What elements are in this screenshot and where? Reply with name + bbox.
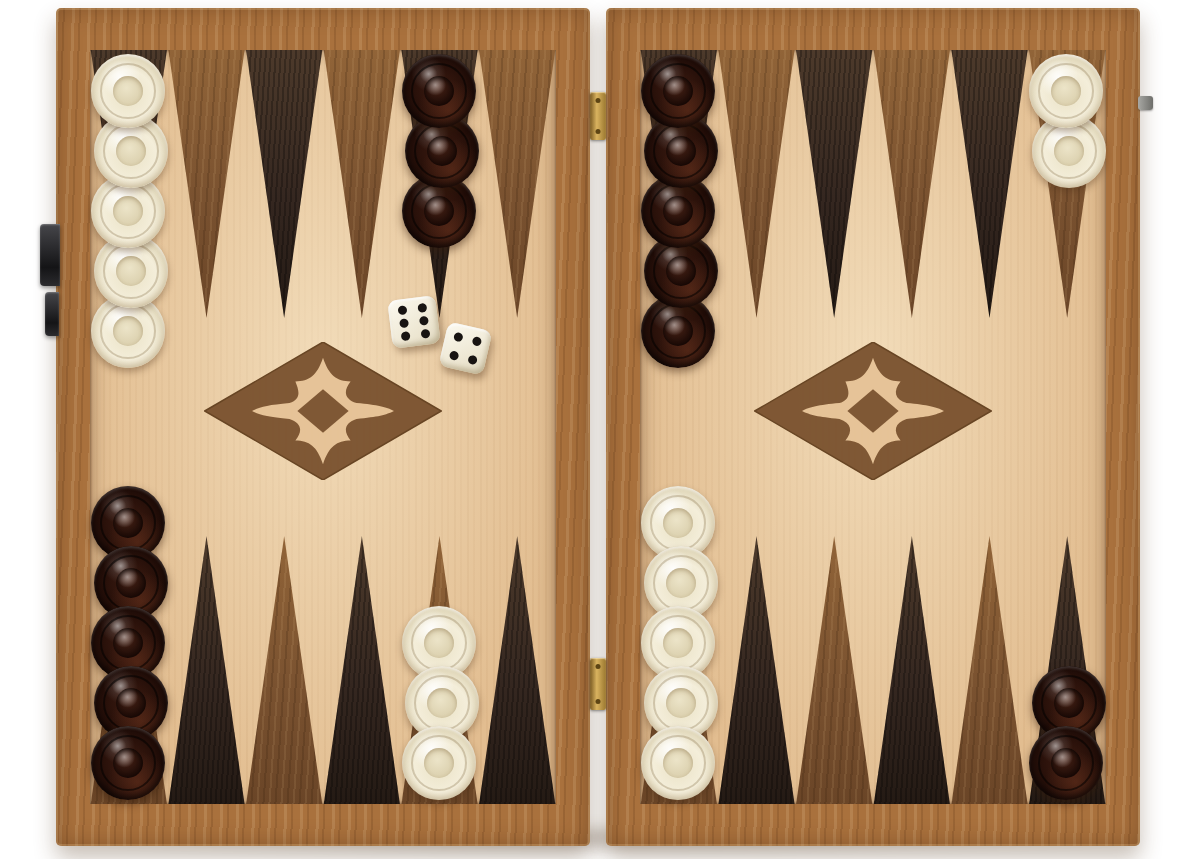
dark-checker[interactable] (91, 726, 165, 800)
board-right-half (606, 8, 1140, 846)
point-2[interactable] (951, 536, 1029, 804)
right-edge-pin (1138, 96, 1153, 110)
backgammon-scene (0, 0, 1200, 859)
die-pip (417, 302, 427, 312)
point-15[interactable] (245, 50, 323, 318)
brass-hinge-bottom (590, 658, 606, 710)
dark-checker[interactable] (1029, 726, 1103, 800)
right-playing-field (640, 50, 1106, 804)
die-pip (397, 305, 407, 315)
point-5[interactable] (718, 536, 796, 804)
hinge-screw (596, 98, 601, 103)
left-playing-field (90, 50, 556, 804)
point-18[interactable] (478, 50, 556, 318)
point-9[interactable] (323, 536, 401, 804)
die-pip (448, 351, 459, 362)
point-23[interactable] (951, 50, 1029, 318)
point-10[interactable] (245, 536, 323, 804)
die-pip (419, 316, 429, 326)
die-pip (421, 329, 431, 339)
die-pip (399, 318, 409, 328)
hinge-screw (596, 129, 601, 134)
die-pip (401, 332, 411, 342)
checker-stack-point-6 (642, 50, 716, 804)
point-16[interactable] (323, 50, 401, 318)
left-latch-upper (40, 224, 60, 286)
board-left-half (56, 8, 590, 846)
die-pip (472, 336, 483, 347)
checker-stack-point-8 (403, 50, 477, 804)
white-checker[interactable] (402, 726, 476, 800)
point-14[interactable] (168, 50, 246, 318)
die-pip (453, 331, 464, 342)
brass-hinge-top (590, 92, 606, 140)
die-pip (468, 355, 479, 366)
point-22[interactable] (873, 50, 951, 318)
die-showing-4[interactable] (439, 322, 493, 376)
center-inlay (754, 342, 992, 480)
checker-stack-point-12 (92, 50, 166, 804)
checker-stack-point-1 (1030, 50, 1104, 804)
hinge-screw (596, 664, 601, 669)
point-4[interactable] (795, 536, 873, 804)
white-checker[interactable] (641, 726, 715, 800)
point-20[interactable] (718, 50, 796, 318)
point-7[interactable] (478, 536, 556, 804)
hinge-screw (596, 699, 601, 704)
point-3[interactable] (873, 536, 951, 804)
point-11[interactable] (168, 536, 246, 804)
die-showing-6[interactable] (387, 295, 440, 348)
point-21[interactable] (795, 50, 873, 318)
left-latch-lower (45, 292, 59, 336)
